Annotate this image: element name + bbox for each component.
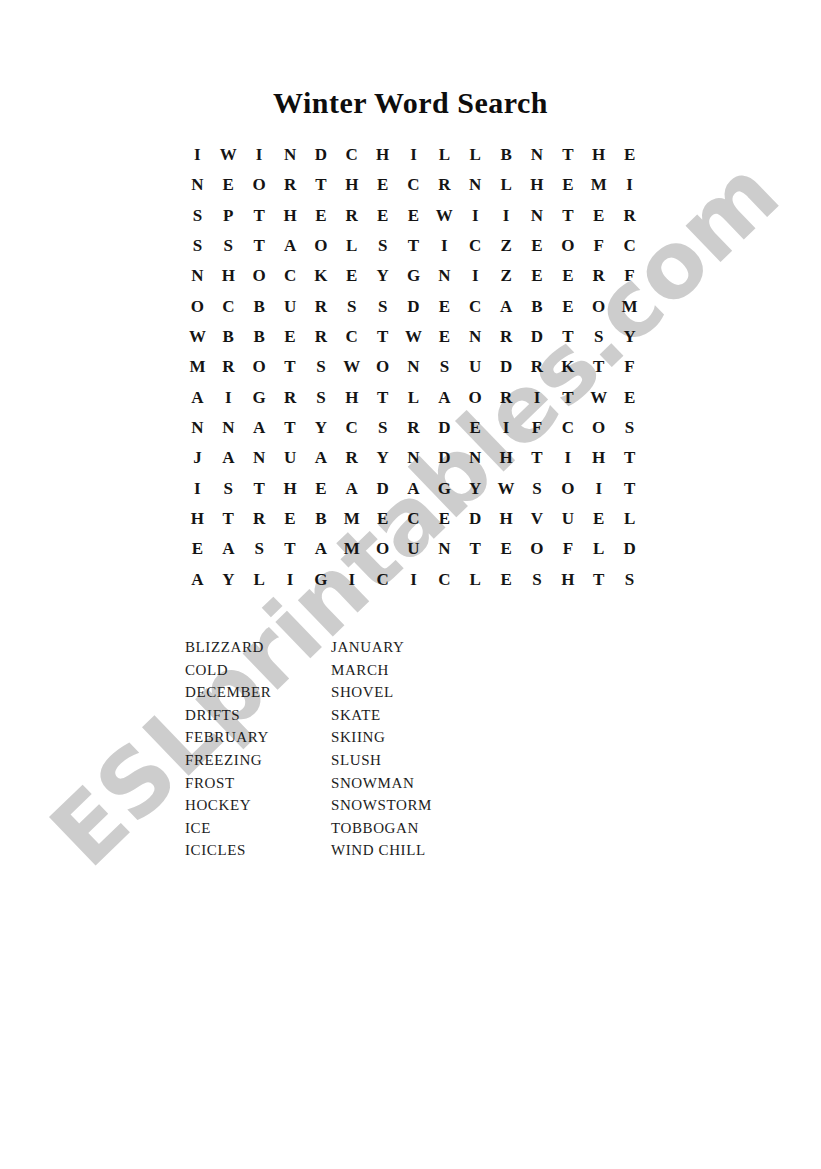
grid-cell-r11c7: Y [367,443,398,473]
grid-cell-r5c2: H [213,261,244,291]
grid-cell-r12c10: Y [460,474,491,504]
grid-cell-r8c14: T [583,352,614,382]
grid-cell-r7c9: E [429,322,460,352]
grid-cell-r13c4: E [275,504,306,534]
word-list-item: ICE [185,817,271,840]
grid-cell-r13c5: B [305,504,336,534]
grid-cell-r12c11: W [491,474,522,504]
word-list-item: TOBBOGAN [331,817,432,840]
grid-cell-r7c7: T [367,322,398,352]
grid-cell-r8c11: D [491,352,522,382]
grid-cell-r15c10: L [460,565,491,595]
grid-cell-r13c11: H [491,504,522,534]
grid-cell-r8c4: T [275,352,306,382]
grid-cell-r1c10: L [460,140,491,170]
grid-cell-r10c5: Y [305,413,336,443]
grid-cell-r3c4: H [275,201,306,231]
grid-cell-r4c3: T [244,231,275,261]
page-title: Winter Word Search [0,86,821,120]
grid-cell-r7c5: R [305,322,336,352]
grid-cell-r7c10: N [460,322,491,352]
grid-cell-r4c12: E [522,231,553,261]
grid-cell-r4c4: A [275,231,306,261]
grid-cell-r15c11: E [491,565,522,595]
grid-cell-r10c2: N [213,413,244,443]
grid-cell-r15c7: C [367,565,398,595]
grid-cell-r14c10: T [460,534,491,564]
grid-cell-r12c6: A [336,474,367,504]
grid-cell-r13c9: E [429,504,460,534]
grid-cell-r15c4: I [275,565,306,595]
grid-cell-r3c15: R [614,201,645,231]
word-list-item: BLIZZARD [185,636,271,659]
grid-cell-r2c10: N [460,170,491,200]
grid-cell-r9c1: A [182,383,213,413]
grid-cell-r7c3: B [244,322,275,352]
grid-cell-r3c3: T [244,201,275,231]
grid-cell-r9c9: A [429,383,460,413]
grid-cell-r11c8: N [398,443,429,473]
grid-cell-r5c6: E [336,261,367,291]
grid-cell-r4c1: S [182,231,213,261]
grid-cell-r8c8: N [398,352,429,382]
grid-cell-r11c2: A [213,443,244,473]
grid-cell-r2c4: R [275,170,306,200]
grid-cell-r4c5: O [305,231,336,261]
grid-cell-r3c14: E [583,201,614,231]
word-list-item: MARCH [331,659,432,682]
grid-cell-r2c3: O [244,170,275,200]
grid-cell-r14c6: M [336,534,367,564]
grid-cell-r11c11: H [491,443,522,473]
grid-cell-r4c11: Z [491,231,522,261]
grid-cell-r6c6: S [336,292,367,322]
grid-cell-r12c9: G [429,474,460,504]
grid-cell-r2c14: M [583,170,614,200]
grid-cell-r1c11: B [491,140,522,170]
grid-cell-r2c5: T [305,170,336,200]
grid-cell-r10c9: D [429,413,460,443]
grid-cell-r2c15: I [614,170,645,200]
grid-cell-r15c6: I [336,565,367,595]
grid-cell-r15c1: A [182,565,213,595]
grid-cell-r5c11: Z [491,261,522,291]
word-list-item: SLUSH [331,749,432,772]
grid-cell-r14c2: A [213,534,244,564]
grid-cell-r3c5: E [305,201,336,231]
grid-cell-r12c2: S [213,474,244,504]
grid-cell-r15c8: I [398,565,429,595]
grid-cell-r6c3: B [244,292,275,322]
grid-cell-r9c5: S [305,383,336,413]
grid-cell-r3c10: I [460,201,491,231]
grid-cell-r15c3: L [244,565,275,595]
grid-cell-r1c6: C [336,140,367,170]
worksheet-page: ESLprintables.com Winter Word Search IWI… [0,0,821,1169]
grid-cell-r11c9: D [429,443,460,473]
grid-cell-r1c7: H [367,140,398,170]
grid-cell-r10c13: C [552,413,583,443]
grid-cell-r1c14: H [583,140,614,170]
grid-cell-r5c4: C [275,261,306,291]
grid-cell-r14c9: N [429,534,460,564]
grid-cell-r7c12: D [522,322,553,352]
grid-cell-r12c1: I [182,474,213,504]
grid-cell-r5c9: N [429,261,460,291]
grid-cell-r1c9: L [429,140,460,170]
grid-cell-r15c13: H [552,565,583,595]
grid-cell-r8c9: S [429,352,460,382]
grid-cell-r12c8: A [398,474,429,504]
word-list-item: SKIING [331,726,432,749]
grid-cell-r14c3: S [244,534,275,564]
grid-cell-r2c2: E [213,170,244,200]
word-list-item: JANUARY [331,636,432,659]
grid-cell-r8c10: U [460,352,491,382]
grid-cell-r9c3: G [244,383,275,413]
grid-cell-r15c9: C [429,565,460,595]
grid-cell-r4c2: S [213,231,244,261]
grid-cell-r2c7: E [367,170,398,200]
word-list-item: COLD [185,659,271,682]
grid-cell-r11c3: N [244,443,275,473]
grid-cell-r15c12: S [522,565,553,595]
grid-cell-r11c1: J [182,443,213,473]
grid-cell-r10c7: S [367,413,398,443]
grid-cell-r2c12: H [522,170,553,200]
grid-cell-r7c1: W [182,322,213,352]
grid-cell-r7c13: T [552,322,583,352]
grid-cell-r8c6: W [336,352,367,382]
grid-cell-r4c9: I [429,231,460,261]
grid-cell-r8c1: M [182,352,213,382]
grid-cell-r10c6: C [336,413,367,443]
grid-cell-r10c14: O [583,413,614,443]
grid-cell-r11c4: U [275,443,306,473]
grid-cell-r11c13: I [552,443,583,473]
grid-cell-r11c5: A [305,443,336,473]
grid-cell-r15c15: S [614,565,645,595]
word-list-item: HOCKEY [185,794,271,817]
grid-cell-r11c12: T [522,443,553,473]
grid-cell-r12c12: S [522,474,553,504]
grid-cell-r5c1: N [182,261,213,291]
grid-cell-r12c5: E [305,474,336,504]
grid-cell-r15c5: G [305,565,336,595]
grid-cell-r5c12: E [522,261,553,291]
grid-cell-r1c3: I [244,140,275,170]
grid-cell-r10c10: E [460,413,491,443]
grid-cell-r11c15: T [614,443,645,473]
grid-cell-r12c4: H [275,474,306,504]
word-list-item: WIND CHILL [331,839,432,862]
grid-cell-r6c8: D [398,292,429,322]
grid-cell-r9c6: H [336,383,367,413]
grid-cell-r3c12: N [522,201,553,231]
grid-cell-r9c13: T [552,383,583,413]
grid-cell-r3c6: R [336,201,367,231]
grid-cell-r5c8: G [398,261,429,291]
grid-cell-r9c12: I [522,383,553,413]
word-list-item: FREEZING [185,749,271,772]
grid-cell-r10c3: A [244,413,275,443]
grid-cell-r4c8: T [398,231,429,261]
grid-cell-r14c4: T [275,534,306,564]
grid-cell-r12c7: D [367,474,398,504]
grid-cell-r14c5: A [305,534,336,564]
grid-cell-r7c14: S [583,322,614,352]
word-list-item: DECEMBER [185,681,271,704]
grid-cell-r5c7: Y [367,261,398,291]
grid-cell-r3c9: W [429,201,460,231]
grid-cell-r10c1: N [182,413,213,443]
grid-cell-r5c5: K [305,261,336,291]
word-list-item: SKATE [331,704,432,727]
grid-cell-r10c4: T [275,413,306,443]
grid-cell-r6c1: O [182,292,213,322]
grid-cell-r7c15: Y [614,322,645,352]
grid-cell-r1c1: I [182,140,213,170]
grid-cell-r13c12: V [522,504,553,534]
word-list-column-2: JANUARYMARCHSHOVELSKATESKIINGSLUSHSNOWMA… [331,636,432,862]
grid-cell-r3c8: E [398,201,429,231]
grid-cell-r10c11: I [491,413,522,443]
grid-cell-r15c2: Y [213,565,244,595]
word-list-item: SHOVEL [331,681,432,704]
grid-cell-r7c2: B [213,322,244,352]
grid-cell-r1c12: N [522,140,553,170]
grid-cell-r8c5: S [305,352,336,382]
grid-cell-r12c14: I [583,474,614,504]
grid-cell-r13c6: M [336,504,367,534]
word-list-item: DRIFTS [185,704,271,727]
grid-cell-r9c14: W [583,383,614,413]
grid-cell-r2c6: H [336,170,367,200]
grid-cell-r9c8: L [398,383,429,413]
grid-cell-r13c7: E [367,504,398,534]
grid-cell-r6c12: B [522,292,553,322]
grid-cell-r13c3: R [244,504,275,534]
grid-cell-r1c13: T [552,140,583,170]
grid-cell-r8c2: R [213,352,244,382]
grid-cell-r5c15: F [614,261,645,291]
grid-cell-r13c1: H [182,504,213,534]
grid-cell-r9c10: O [460,383,491,413]
grid-cell-r2c1: N [182,170,213,200]
grid-cell-r3c7: E [367,201,398,231]
grid-cell-r2c9: R [429,170,460,200]
grid-cell-r13c10: D [460,504,491,534]
word-list-item: SNOWSTORM [331,794,432,817]
grid-cell-r1c4: N [275,140,306,170]
grid-cell-r6c9: E [429,292,460,322]
grid-cell-r3c1: S [182,201,213,231]
grid-cell-r5c3: O [244,261,275,291]
grid-cell-r6c4: U [275,292,306,322]
grid-cell-r14c1: E [182,534,213,564]
grid-cell-r14c8: U [398,534,429,564]
grid-cell-r2c11: L [491,170,522,200]
grid-cell-r7c4: E [275,322,306,352]
grid-cell-r2c8: C [398,170,429,200]
grid-cell-r6c10: C [460,292,491,322]
grid-cell-r6c11: A [491,292,522,322]
grid-cell-r6c14: O [583,292,614,322]
grid-cell-r7c8: W [398,322,429,352]
grid-cell-r3c13: T [552,201,583,231]
grid-cell-r11c10: N [460,443,491,473]
grid-cell-r11c14: H [583,443,614,473]
grid-cell-r5c14: R [583,261,614,291]
grid-cell-r4c14: F [583,231,614,261]
grid-cell-r1c5: D [305,140,336,170]
word-list-column-1: BLIZZARDCOLDDECEMBERDRIFTSFEBRUARYFREEZI… [185,636,271,862]
grid-cell-r13c14: E [583,504,614,534]
grid-cell-r8c7: O [367,352,398,382]
grid-cell-r11c6: R [336,443,367,473]
grid-cell-r14c14: L [583,534,614,564]
grid-cell-r9c2: I [213,383,244,413]
grid-cell-r7c11: R [491,322,522,352]
word-list-item: SNOWMAN [331,772,432,795]
grid-cell-r3c11: I [491,201,522,231]
grid-cell-r6c5: R [305,292,336,322]
grid-cell-r14c13: F [552,534,583,564]
grid-cell-r15c14: T [583,565,614,595]
word-list-item: FROST [185,772,271,795]
grid-cell-r4c15: C [614,231,645,261]
grid-cell-r12c15: T [614,474,645,504]
grid-cell-r9c15: E [614,383,645,413]
grid-cell-r6c15: M [614,292,645,322]
grid-cell-r13c15: L [614,504,645,534]
grid-cell-r1c2: W [213,140,244,170]
grid-cell-r1c15: E [614,140,645,170]
grid-cell-r14c7: O [367,534,398,564]
grid-cell-r4c13: O [552,231,583,261]
grid-cell-r4c6: L [336,231,367,261]
grid-cell-r2c13: E [552,170,583,200]
grid-cell-r8c15: F [614,352,645,382]
grid-cell-r10c12: F [522,413,553,443]
grid-cell-r6c2: C [213,292,244,322]
grid-cell-r8c12: R [522,352,553,382]
grid-cell-r4c10: C [460,231,491,261]
grid-cell-r10c15: S [614,413,645,443]
grid-cell-r14c15: D [614,534,645,564]
grid-cell-r4c7: S [367,231,398,261]
grid-cell-r12c3: T [244,474,275,504]
grid-cell-r1c8: I [398,140,429,170]
grid-cell-r7c6: C [336,322,367,352]
grid-cell-r14c12: O [522,534,553,564]
grid-cell-r6c13: E [552,292,583,322]
grid-cell-r13c8: C [398,504,429,534]
grid-cell-r5c10: I [460,261,491,291]
grid-cell-r9c7: T [367,383,398,413]
grid-cell-r8c13: K [552,352,583,382]
grid-cell-r13c13: U [552,504,583,534]
grid-cell-r10c8: R [398,413,429,443]
grid-cell-r14c11: E [491,534,522,564]
grid-cell-r12c13: O [552,474,583,504]
grid-cell-r6c7: S [367,292,398,322]
grid-cell-r8c3: O [244,352,275,382]
grid-cell-r5c13: E [552,261,583,291]
word-list-item: ICICLES [185,839,271,862]
word-search-grid: IWINDCHILLBNTHENEORTHECRNLHEMISPTHEREEWI… [182,140,645,595]
grid-cell-r13c2: T [213,504,244,534]
word-list-item: FEBRUARY [185,726,271,749]
grid-cell-r9c4: R [275,383,306,413]
grid-cell-r3c2: P [213,201,244,231]
grid-cell-r9c11: R [491,383,522,413]
